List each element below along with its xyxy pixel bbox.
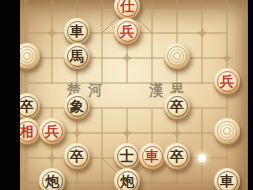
hidden-piece-face-down[interactable] bbox=[164, 43, 190, 69]
piece-character: 兵 bbox=[45, 124, 59, 138]
piece-character: 卒 bbox=[170, 149, 184, 163]
piece-character: 士 bbox=[120, 149, 134, 163]
piece-character: 兵 bbox=[220, 74, 234, 88]
xiangqi-game-screenshot: 楚河 漢界 仕車兵馬兵卒象卒相兵卒士車卒炮炮車 bbox=[0, 0, 253, 190]
piece-red-chariot[interactable]: 車 bbox=[139, 143, 165, 169]
piece-character: 卒 bbox=[170, 99, 184, 113]
piece-black-cannon[interactable]: 炮 bbox=[114, 168, 140, 190]
letterbox-bar-right bbox=[248, 0, 253, 190]
point-ornament bbox=[123, 129, 132, 138]
piece-character: 卒 bbox=[20, 99, 34, 113]
piece-character: 車 bbox=[70, 24, 84, 38]
piece-character: 車 bbox=[145, 149, 159, 163]
piece-red-soldier[interactable]: 兵 bbox=[114, 18, 140, 44]
piece-character: 炮 bbox=[45, 174, 59, 188]
point-ornament bbox=[198, 29, 207, 38]
move-indicator-dot[interactable] bbox=[198, 154, 206, 162]
piece-character: 車 bbox=[220, 174, 234, 188]
piece-black-horse[interactable]: 馬 bbox=[64, 43, 90, 69]
point-ornament bbox=[48, 154, 57, 163]
piece-character: 象 bbox=[70, 99, 84, 113]
piece-black-chariot[interactable]: 車 bbox=[214, 168, 240, 190]
piece-black-soldier[interactable]: 卒 bbox=[164, 143, 190, 169]
piece-black-chariot[interactable]: 車 bbox=[64, 18, 90, 44]
piece-black-advisor[interactable]: 士 bbox=[114, 143, 140, 169]
letterbox-bar-left bbox=[0, 0, 20, 190]
point-ornament bbox=[173, 129, 182, 138]
piece-black-soldier[interactable]: 卒 bbox=[64, 143, 90, 169]
piece-black-soldier[interactable]: 卒 bbox=[164, 93, 190, 119]
point-ornament bbox=[223, 54, 232, 63]
piece-character: 仕 bbox=[120, 0, 134, 13]
point-ornament bbox=[123, 54, 132, 63]
piece-character: 兵 bbox=[120, 24, 134, 38]
xiangqi-board[interactable]: 楚河 漢界 仕車兵馬兵卒象卒相兵卒士車卒炮炮車 bbox=[20, 0, 248, 190]
piece-red-soldier[interactable]: 兵 bbox=[39, 118, 65, 144]
piece-character: 馬 bbox=[70, 49, 84, 63]
hidden-piece-face-down[interactable] bbox=[214, 118, 240, 144]
point-ornament bbox=[48, 29, 57, 38]
piece-character: 卒 bbox=[70, 149, 84, 163]
point-ornament bbox=[73, 129, 82, 138]
piece-character: 炮 bbox=[120, 174, 134, 188]
piece-black-elephant[interactable]: 象 bbox=[64, 93, 90, 119]
piece-black-cannon[interactable]: 炮 bbox=[39, 168, 65, 190]
piece-red-soldier[interactable]: 兵 bbox=[214, 68, 240, 94]
piece-character: 相 bbox=[20, 124, 34, 138]
